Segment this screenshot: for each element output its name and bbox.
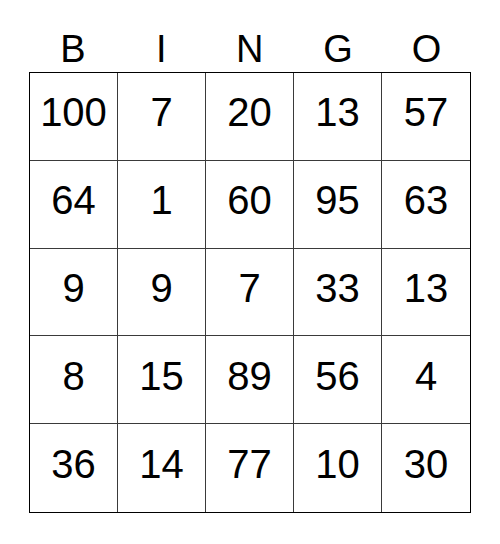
cell-r5c4[interactable]: 10 <box>294 424 382 512</box>
cell-number: 20 <box>227 92 272 132</box>
cell-r3c1[interactable]: 9 <box>30 249 118 337</box>
cell-number: 77 <box>227 444 272 484</box>
cell-number: 33 <box>315 268 360 308</box>
cell-r1c1[interactable]: 100 <box>30 73 118 161</box>
cell-r2c2[interactable]: 1 <box>118 161 206 249</box>
cell-r4c2[interactable]: 15 <box>118 336 206 424</box>
cell-number: 95 <box>315 180 360 220</box>
cell-number: 56 <box>315 356 360 396</box>
cell-number: 7 <box>150 92 172 132</box>
cell-r2c1[interactable]: 64 <box>30 161 118 249</box>
cell-number: 100 <box>40 92 107 132</box>
cell-number: 10 <box>315 444 360 484</box>
cell-number: 57 <box>404 92 449 132</box>
bingo-card: B I N G O 100 7 20 13 57 64 1 60 95 63 9… <box>0 0 500 544</box>
cell-r1c4[interactable]: 13 <box>294 73 382 161</box>
cell-r4c4[interactable]: 56 <box>294 336 382 424</box>
cell-number: 60 <box>227 180 272 220</box>
cell-number: 36 <box>51 444 96 484</box>
cell-number: 64 <box>51 180 96 220</box>
cell-r3c3[interactable]: 7 <box>206 249 294 337</box>
cell-number: 13 <box>315 92 360 132</box>
cell-r4c3[interactable]: 89 <box>206 336 294 424</box>
cell-number: 4 <box>415 356 437 396</box>
cell-number: 1 <box>150 180 172 220</box>
cell-number: 13 <box>404 268 449 308</box>
cell-number: 15 <box>139 356 184 396</box>
cell-r5c2[interactable]: 14 <box>118 424 206 512</box>
cell-r5c1[interactable]: 36 <box>30 424 118 512</box>
cell-r3c2[interactable]: 9 <box>118 249 206 337</box>
bingo-grid: 100 7 20 13 57 64 1 60 95 63 9 9 7 33 13… <box>29 72 471 513</box>
cell-r2c3[interactable]: 60 <box>206 161 294 249</box>
cell-r4c5[interactable]: 4 <box>382 336 470 424</box>
cell-number: 7 <box>238 268 260 308</box>
cell-number: 9 <box>62 268 84 308</box>
cell-r1c3[interactable]: 20 <box>206 73 294 161</box>
cell-r3c5[interactable]: 13 <box>382 249 470 337</box>
cell-r3c4[interactable]: 33 <box>294 249 382 337</box>
cell-r2c4[interactable]: 95 <box>294 161 382 249</box>
cell-number: 63 <box>404 180 449 220</box>
cell-number: 14 <box>139 444 184 484</box>
cell-number: 89 <box>227 356 272 396</box>
cell-number: 30 <box>404 444 449 484</box>
cell-r5c3[interactable]: 77 <box>206 424 294 512</box>
cell-r1c5[interactable]: 57 <box>382 73 470 161</box>
cell-r5c5[interactable]: 30 <box>382 424 470 512</box>
cell-r2c5[interactable]: 63 <box>382 161 470 249</box>
cell-r4c1[interactable]: 8 <box>30 336 118 424</box>
cell-r1c2[interactable]: 7 <box>118 73 206 161</box>
cell-number: 9 <box>150 268 172 308</box>
cell-number: 8 <box>62 356 84 396</box>
